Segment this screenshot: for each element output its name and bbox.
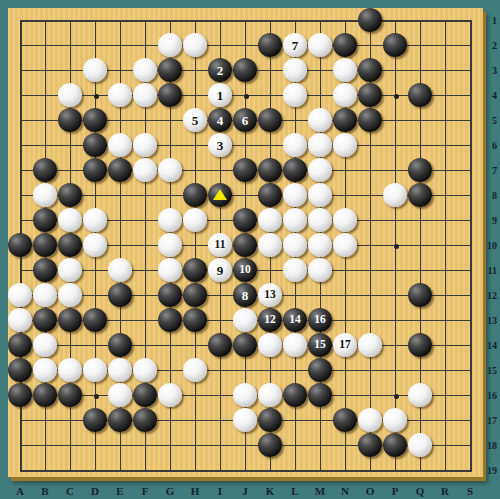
black-stone (333, 33, 357, 57)
black-stone (408, 333, 432, 357)
column-label: D (91, 485, 99, 497)
white-stone (408, 383, 432, 407)
black-stone (258, 108, 282, 132)
white-stone: 1 (208, 83, 232, 107)
move-number: 9 (217, 264, 224, 277)
star-point (244, 94, 249, 99)
white-stone (158, 208, 182, 232)
white-stone (308, 183, 332, 207)
white-stone (8, 308, 32, 332)
white-stone (333, 83, 357, 107)
black-stone (58, 233, 82, 257)
white-stone (333, 233, 357, 257)
white-stone (158, 383, 182, 407)
move-number: 10 (239, 264, 251, 276)
white-stone (283, 58, 307, 82)
white-stone (33, 183, 57, 207)
column-label: M (315, 485, 325, 497)
grid-line-horizontal (20, 20, 472, 22)
black-stone (233, 333, 257, 357)
column-label: R (441, 485, 449, 497)
white-stone (283, 133, 307, 157)
black-stone (233, 208, 257, 232)
white-stone (383, 183, 407, 207)
white-stone (158, 233, 182, 257)
black-stone (8, 358, 32, 382)
white-stone (33, 283, 57, 307)
column-label: I (218, 485, 222, 497)
white-stone (283, 258, 307, 282)
black-stone (358, 58, 382, 82)
white-stone (83, 208, 107, 232)
black-stone (308, 383, 332, 407)
column-label: E (116, 485, 123, 497)
black-stone (133, 408, 157, 432)
white-stone (308, 33, 332, 57)
black-stone (83, 158, 107, 182)
white-stone (283, 83, 307, 107)
column-label: J (242, 485, 248, 497)
white-stone: 17 (333, 333, 357, 357)
black-stone: 16 (308, 308, 332, 332)
black-stone: 15 (308, 333, 332, 357)
black-stone (108, 283, 132, 307)
black-stone (183, 258, 207, 282)
triangle-marker-icon (213, 189, 227, 200)
white-stone (258, 208, 282, 232)
black-stone (83, 133, 107, 157)
black-stone (333, 408, 357, 432)
black-stone (258, 33, 282, 57)
white-stone (83, 358, 107, 382)
black-stone (408, 83, 432, 107)
black-stone (83, 108, 107, 132)
column-label: Q (416, 485, 425, 497)
white-stone: 5 (183, 108, 207, 132)
row-label: 13 (487, 315, 497, 326)
go-app-frame: 7215463119108131214161517 ABCDEFGHIJKLMN… (0, 0, 500, 499)
column-label: P (392, 485, 399, 497)
black-stone (158, 83, 182, 107)
row-label: 8 (492, 190, 497, 201)
row-label: 17 (487, 415, 497, 426)
move-number: 6 (242, 114, 249, 127)
move-number: 16 (314, 314, 326, 326)
row-label: 14 (487, 340, 497, 351)
row-label: 7 (492, 165, 497, 176)
white-stone (108, 358, 132, 382)
black-stone: 2 (208, 58, 232, 82)
black-stone (8, 233, 32, 257)
white-stone (58, 83, 82, 107)
black-stone (158, 283, 182, 307)
black-stone (33, 158, 57, 182)
black-stone (308, 358, 332, 382)
column-label: K (266, 485, 275, 497)
white-stone (258, 233, 282, 257)
black-stone (208, 183, 232, 207)
white-stone (8, 283, 32, 307)
white-stone (33, 333, 57, 357)
column-label: B (41, 485, 48, 497)
white-stone (408, 433, 432, 457)
star-point (94, 94, 99, 99)
column-label: S (467, 485, 473, 497)
move-number: 12 (264, 314, 276, 326)
white-stone (333, 208, 357, 232)
black-stone (258, 158, 282, 182)
white-stone: 11 (208, 233, 232, 257)
row-label: 4 (492, 90, 497, 101)
column-label: N (341, 485, 349, 497)
white-stone (308, 258, 332, 282)
white-stone (358, 408, 382, 432)
white-stone (383, 408, 407, 432)
column-label: F (142, 485, 149, 497)
white-stone (108, 133, 132, 157)
black-stone (383, 433, 407, 457)
black-stone (33, 383, 57, 407)
row-label: 1 (492, 15, 497, 26)
move-number: 7 (292, 39, 299, 52)
black-stone (158, 58, 182, 82)
black-stone (383, 33, 407, 57)
row-label: 16 (487, 390, 497, 401)
column-label: C (66, 485, 74, 497)
column-label: A (16, 485, 24, 497)
white-stone (308, 158, 332, 182)
row-label: 9 (492, 215, 497, 226)
row-label: 12 (487, 290, 497, 301)
white-stone (308, 208, 332, 232)
white-stone (108, 383, 132, 407)
black-stone (8, 383, 32, 407)
go-board[interactable]: 7215463119108131214161517 (8, 8, 483, 477)
move-number: 5 (192, 114, 199, 127)
row-label: 19 (487, 465, 497, 476)
white-stone (258, 333, 282, 357)
black-stone (58, 108, 82, 132)
black-stone (258, 433, 282, 457)
black-stone (258, 408, 282, 432)
white-stone (58, 358, 82, 382)
black-stone (258, 183, 282, 207)
star-point (394, 394, 399, 399)
row-label: 5 (492, 115, 497, 126)
white-stone: 3 (208, 133, 232, 157)
grid-line-vertical (445, 20, 446, 471)
column-label: G (166, 485, 175, 497)
white-stone: 13 (258, 283, 282, 307)
black-stone: 12 (258, 308, 282, 332)
white-stone (283, 333, 307, 357)
white-stone (158, 258, 182, 282)
column-label: H (191, 485, 200, 497)
black-stone: 4 (208, 108, 232, 132)
white-stone (33, 358, 57, 382)
row-label: 18 (487, 440, 497, 451)
move-number: 8 (242, 289, 249, 302)
black-stone (233, 58, 257, 82)
row-label: 10 (487, 240, 497, 251)
white-stone (308, 133, 332, 157)
black-stone (58, 383, 82, 407)
move-number: 13 (264, 289, 276, 301)
row-label: 3 (492, 65, 497, 76)
white-stone (108, 258, 132, 282)
black-stone (233, 233, 257, 257)
black-stone (333, 108, 357, 132)
move-number: 1 (217, 89, 224, 102)
black-stone (183, 183, 207, 207)
black-stone (208, 333, 232, 357)
black-stone (183, 283, 207, 307)
black-stone (133, 383, 157, 407)
white-stone (283, 233, 307, 257)
black-stone (58, 308, 82, 332)
black-stone (358, 108, 382, 132)
black-stone: 8 (233, 283, 257, 307)
white-stone (183, 208, 207, 232)
grid-line-horizontal (20, 470, 472, 472)
white-stone (308, 233, 332, 257)
white-stone (133, 158, 157, 182)
column-label: L (291, 485, 298, 497)
black-stone (358, 433, 382, 457)
black-stone (108, 158, 132, 182)
black-stone: 10 (233, 258, 257, 282)
black-stone (233, 158, 257, 182)
black-stone (33, 233, 57, 257)
white-stone: 7 (283, 33, 307, 57)
white-stone (283, 208, 307, 232)
black-stone (183, 308, 207, 332)
move-number: 17 (339, 339, 351, 351)
star-point (394, 94, 399, 99)
black-stone (283, 383, 307, 407)
black-stone (33, 258, 57, 282)
move-number: 3 (217, 139, 224, 152)
white-stone (133, 58, 157, 82)
white-stone (58, 283, 82, 307)
white-stone (183, 358, 207, 382)
move-number: 4 (217, 114, 224, 127)
white-stone (58, 258, 82, 282)
white-stone (333, 58, 357, 82)
white-stone (133, 358, 157, 382)
black-stone (158, 308, 182, 332)
black-stone (408, 183, 432, 207)
row-label: 11 (488, 265, 497, 276)
white-stone (308, 108, 332, 132)
black-stone (358, 8, 382, 32)
white-stone (133, 133, 157, 157)
star-point (394, 244, 399, 249)
white-stone (58, 208, 82, 232)
black-stone (33, 308, 57, 332)
white-stone (133, 83, 157, 107)
white-stone (158, 33, 182, 57)
move-number: 2 (217, 64, 224, 77)
black-stone (8, 333, 32, 357)
move-number: 11 (215, 239, 226, 251)
white-stone: 9 (208, 258, 232, 282)
white-stone (233, 383, 257, 407)
white-stone (183, 33, 207, 57)
row-label: 6 (492, 140, 497, 151)
white-stone (258, 383, 282, 407)
row-label: 2 (492, 40, 497, 51)
black-stone (83, 408, 107, 432)
row-label: 15 (487, 365, 497, 376)
grid-line-vertical (470, 20, 472, 471)
white-stone (108, 83, 132, 107)
black-stone (408, 283, 432, 307)
column-label: O (366, 485, 375, 497)
white-stone (233, 408, 257, 432)
white-stone (83, 58, 107, 82)
black-stone (358, 83, 382, 107)
white-stone (283, 183, 307, 207)
black-stone (58, 183, 82, 207)
black-stone: 14 (283, 308, 307, 332)
white-stone (158, 158, 182, 182)
white-stone (333, 133, 357, 157)
star-point (94, 394, 99, 399)
black-stone (108, 333, 132, 357)
black-stone (283, 158, 307, 182)
white-stone (233, 308, 257, 332)
black-stone (83, 308, 107, 332)
black-stone: 6 (233, 108, 257, 132)
black-stone (408, 158, 432, 182)
move-number: 15 (314, 339, 326, 351)
move-number: 14 (289, 314, 301, 326)
white-stone (358, 333, 382, 357)
white-stone (83, 233, 107, 257)
black-stone (33, 208, 57, 232)
black-stone (108, 408, 132, 432)
